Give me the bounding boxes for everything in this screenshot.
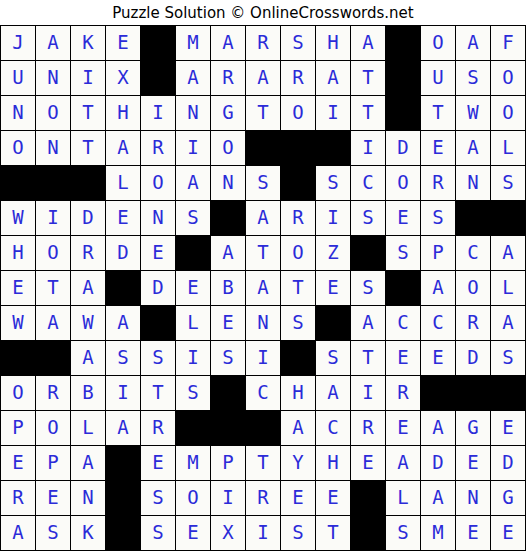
black-cell-r11c7: [211, 376, 245, 410]
black-cell-r10c1: [1, 341, 35, 375]
grid-cell-r6c12: E: [386, 201, 420, 235]
black-cell-r6c7: [211, 201, 245, 235]
grid-cell-r14c10: E: [316, 481, 350, 515]
grid-cell-r13c9: Y: [281, 446, 315, 480]
grid-cell-r1c1: J: [1, 26, 35, 60]
grid-cell-r12c15: E: [491, 411, 525, 445]
grid-cell-r15c2: S: [36, 516, 70, 550]
grid-cell-r3c3: T: [71, 96, 105, 130]
grid-cell-r6c2: I: [36, 201, 70, 235]
grid-cell-r4c1: O: [1, 131, 35, 165]
grid-cell-r12c13: A: [421, 411, 455, 445]
grid-cell-r1c13: O: [421, 26, 455, 60]
grid-cell-r15c15: E: [491, 516, 525, 550]
grid-cell-r8c7: B: [211, 271, 245, 305]
grid-cell-r9c7: E: [211, 306, 245, 340]
black-cell-r9c5: [141, 306, 175, 340]
grid-cell-r14c9: E: [281, 481, 315, 515]
grid-cell-r3c2: O: [36, 96, 70, 130]
grid-cell-r3c13: T: [421, 96, 455, 130]
grid-cell-r2c9: R: [281, 61, 315, 95]
grid-cell-r2c2: N: [36, 61, 70, 95]
grid-cell-r15c12: S: [386, 516, 420, 550]
black-cell-r10c2: [36, 341, 70, 375]
black-cell-r11c14: [456, 376, 490, 410]
grid-cell-r5c5: O: [141, 166, 175, 200]
grid-cell-r1c6: M: [176, 26, 210, 60]
grid-cell-r15c8: I: [246, 516, 280, 550]
grid-cell-r5c13: R: [421, 166, 455, 200]
grid-cell-r1c3: K: [71, 26, 105, 60]
grid-cell-r15c5: S: [141, 516, 175, 550]
black-cell-r5c3: [71, 166, 105, 200]
grid-cell-r14c3: N: [71, 481, 105, 515]
grid-cell-r12c2: O: [36, 411, 70, 445]
black-cell-r4c10: [316, 131, 350, 165]
black-cell-r4c8: [246, 131, 280, 165]
black-cell-r11c13: [421, 376, 455, 410]
black-cell-r15c11: [351, 516, 385, 550]
grid-cell-r12c10: C: [316, 411, 350, 445]
grid-cell-r8c8: A: [246, 271, 280, 305]
grid-cell-r4c6: I: [176, 131, 210, 165]
grid-cell-r1c2: A: [36, 26, 70, 60]
grid-cell-r3c7: G: [211, 96, 245, 130]
grid-cell-r13c1: E: [1, 446, 35, 480]
grid-cell-r9c4: A: [106, 306, 140, 340]
grid-cell-r1c9: S: [281, 26, 315, 60]
grid-cell-r11c1: O: [1, 376, 35, 410]
puzzle-solution-page: Puzzle Solution © OnlineCrosswords.net J…: [0, 0, 526, 551]
grid-cell-r3c5: I: [141, 96, 175, 130]
grid-cell-r6c10: I: [316, 201, 350, 235]
black-cell-r2c12: [386, 61, 420, 95]
grid-cell-r8c3: A: [71, 271, 105, 305]
black-cell-r2c5: [141, 61, 175, 95]
grid-cell-r13c8: T: [246, 446, 280, 480]
grid-cell-r13c6: M: [176, 446, 210, 480]
black-cell-r5c2: [36, 166, 70, 200]
grid-cell-r3c15: O: [491, 96, 525, 130]
grid-cell-r12c11: R: [351, 411, 385, 445]
black-cell-r10c9: [281, 341, 315, 375]
grid-cell-r6c9: R: [281, 201, 315, 235]
grid-cell-r12c1: P: [1, 411, 35, 445]
grid-cell-r13c2: P: [36, 446, 70, 480]
grid-cell-r15c9: S: [281, 516, 315, 550]
grid-cell-r10c15: S: [491, 341, 525, 375]
grid-cell-r12c12: E: [386, 411, 420, 445]
grid-cell-r7c9: O: [281, 236, 315, 270]
grid-cell-r7c10: Z: [316, 236, 350, 270]
grid-cell-r10c5: S: [141, 341, 175, 375]
grid-cell-r4c5: R: [141, 131, 175, 165]
grid-cell-r9c13: C: [421, 306, 455, 340]
grid-cell-r11c12: R: [386, 376, 420, 410]
grid-cell-r9c12: C: [386, 306, 420, 340]
grid-cell-r2c10: A: [316, 61, 350, 95]
grid-cell-r3c11: T: [351, 96, 385, 130]
grid-cell-r6c4: E: [106, 201, 140, 235]
grid-cell-r1c7: A: [211, 26, 245, 60]
grid-cell-r11c4: I: [106, 376, 140, 410]
grid-cell-r5c15: S: [491, 166, 525, 200]
grid-cell-r7c14: C: [456, 236, 490, 270]
grid-cell-r11c8: C: [246, 376, 280, 410]
grid-cell-r6c3: D: [71, 201, 105, 235]
grid-cell-r1c15: F: [491, 26, 525, 60]
grid-cell-r11c6: S: [176, 376, 210, 410]
grid-cell-r9c2: A: [36, 306, 70, 340]
grid-cell-r13c7: P: [211, 446, 245, 480]
grid-cell-r15c3: K: [71, 516, 105, 550]
grid-cell-r12c4: A: [106, 411, 140, 445]
grid-cell-r4c14: A: [456, 131, 490, 165]
black-cell-r13c4: [106, 446, 140, 480]
grid-cell-r13c14: E: [456, 446, 490, 480]
grid-cell-r13c15: D: [491, 446, 525, 480]
grid-cell-r6c5: N: [141, 201, 175, 235]
grid-cell-r3c6: N: [176, 96, 210, 130]
grid-cell-r1c10: H: [316, 26, 350, 60]
grid-cell-r4c4: A: [106, 131, 140, 165]
grid-cell-r4c2: N: [36, 131, 70, 165]
black-cell-r12c7: [211, 411, 245, 445]
grid-cell-r3c14: W: [456, 96, 490, 130]
grid-cell-r15c14: E: [456, 516, 490, 550]
grid-cell-r14c6: O: [176, 481, 210, 515]
black-cell-r6c15: [491, 201, 525, 235]
grid-cell-r2c7: R: [211, 61, 245, 95]
black-cell-r8c4: [106, 271, 140, 305]
grid-cell-r15c1: A: [1, 516, 35, 550]
grid-cell-r10c10: S: [316, 341, 350, 375]
grid-cell-r3c1: N: [1, 96, 35, 130]
grid-cell-r5c14: N: [456, 166, 490, 200]
grid-cell-r7c2: O: [36, 236, 70, 270]
grid-cell-r7c5: E: [141, 236, 175, 270]
grid-cell-r8c11: S: [351, 271, 385, 305]
grid-cell-r10c8: I: [246, 341, 280, 375]
grid-cell-r1c11: A: [351, 26, 385, 60]
black-cell-r7c11: [351, 236, 385, 270]
grid-cell-r11c5: T: [141, 376, 175, 410]
crossword-grid: JAKEMARSHAOAFUNIXARARATUSONOTHINGTOITTWO…: [0, 25, 526, 551]
grid-cell-r9c8: N: [246, 306, 280, 340]
black-cell-r11c15: [491, 376, 525, 410]
black-cell-r3c12: [386, 96, 420, 130]
grid-cell-r7c1: H: [1, 236, 35, 270]
grid-cell-r2c6: A: [176, 61, 210, 95]
grid-cell-r8c5: D: [141, 271, 175, 305]
black-cell-r1c5: [141, 26, 175, 60]
grid-cell-r6c6: S: [176, 201, 210, 235]
grid-cell-r5c12: O: [386, 166, 420, 200]
grid-cell-r11c11: I: [351, 376, 385, 410]
black-cell-r12c6: [176, 411, 210, 445]
black-cell-r8c12: [386, 271, 420, 305]
grid-cell-r13c5: E: [141, 446, 175, 480]
grid-cell-r7c7: A: [211, 236, 245, 270]
grid-cell-r12c3: L: [71, 411, 105, 445]
grid-cell-r11c10: A: [316, 376, 350, 410]
grid-cell-r3c4: H: [106, 96, 140, 130]
grid-cell-r13c11: E: [351, 446, 385, 480]
grid-cell-r11c2: R: [36, 376, 70, 410]
black-cell-r15c4: [106, 516, 140, 550]
grid-cell-r4c3: T: [71, 131, 105, 165]
grid-cell-r6c13: S: [421, 201, 455, 235]
grid-cell-r7c12: S: [386, 236, 420, 270]
grid-cell-r4c15: L: [491, 131, 525, 165]
grid-cell-r1c14: A: [456, 26, 490, 60]
grid-cell-r3c8: T: [246, 96, 280, 130]
grid-cell-r9c11: A: [351, 306, 385, 340]
grid-cell-r11c3: B: [71, 376, 105, 410]
grid-cell-r12c9: A: [281, 411, 315, 445]
grid-cell-r7c4: D: [106, 236, 140, 270]
grid-cell-r9c6: L: [176, 306, 210, 340]
grid-cell-r2c4: X: [106, 61, 140, 95]
grid-cell-r14c15: G: [491, 481, 525, 515]
black-cell-r7c6: [176, 236, 210, 270]
grid-cell-r2c14: S: [456, 61, 490, 95]
grid-cell-r10c11: T: [351, 341, 385, 375]
grid-cell-r14c7: I: [211, 481, 245, 515]
grid-cell-r3c9: O: [281, 96, 315, 130]
grid-cell-r7c15: A: [491, 236, 525, 270]
grid-cell-r14c13: A: [421, 481, 455, 515]
grid-cell-r8c6: E: [176, 271, 210, 305]
grid-cell-r15c10: T: [316, 516, 350, 550]
grid-cell-r9c1: W: [1, 306, 35, 340]
grid-cell-r4c12: D: [386, 131, 420, 165]
black-cell-r14c4: [106, 481, 140, 515]
grid-cell-r7c8: T: [246, 236, 280, 270]
grid-cell-r11c9: H: [281, 376, 315, 410]
grid-cell-r10c6: I: [176, 341, 210, 375]
black-cell-r4c9: [281, 131, 315, 165]
grid-cell-r2c3: I: [71, 61, 105, 95]
grid-cell-r3c10: I: [316, 96, 350, 130]
grid-cell-r5c7: N: [211, 166, 245, 200]
grid-cell-r14c2: E: [36, 481, 70, 515]
grid-cell-r8c13: A: [421, 271, 455, 305]
grid-cell-r2c1: U: [1, 61, 35, 95]
grid-cell-r10c12: E: [386, 341, 420, 375]
grid-cell-r7c13: P: [421, 236, 455, 270]
grid-cell-r12c14: G: [456, 411, 490, 445]
black-cell-r14c11: [351, 481, 385, 515]
page-title: Puzzle Solution © OnlineCrosswords.net: [0, 0, 526, 25]
grid-cell-r10c14: D: [456, 341, 490, 375]
grid-cell-r8c2: T: [36, 271, 70, 305]
black-cell-r1c12: [386, 26, 420, 60]
grid-cell-r13c10: H: [316, 446, 350, 480]
grid-cell-r15c7: X: [211, 516, 245, 550]
grid-cell-r15c6: E: [176, 516, 210, 550]
grid-cell-r13c12: A: [386, 446, 420, 480]
grid-cell-r10c3: A: [71, 341, 105, 375]
grid-cell-r1c4: E: [106, 26, 140, 60]
grid-cell-r8c15: L: [491, 271, 525, 305]
grid-cell-r8c10: E: [316, 271, 350, 305]
grid-cell-r6c11: S: [351, 201, 385, 235]
black-cell-r9c10: [316, 306, 350, 340]
grid-cell-r2c11: T: [351, 61, 385, 95]
grid-cell-r8c1: E: [1, 271, 35, 305]
grid-cell-r4c11: I: [351, 131, 385, 165]
black-cell-r6c14: [456, 201, 490, 235]
grid-cell-r14c12: L: [386, 481, 420, 515]
grid-cell-r6c8: A: [246, 201, 280, 235]
grid-cell-r4c13: E: [421, 131, 455, 165]
grid-cell-r8c14: O: [456, 271, 490, 305]
grid-cell-r2c13: U: [421, 61, 455, 95]
grid-cell-r7c3: R: [71, 236, 105, 270]
grid-cell-r1c8: R: [246, 26, 280, 60]
grid-cell-r5c6: A: [176, 166, 210, 200]
grid-cell-r5c10: S: [316, 166, 350, 200]
grid-cell-r12c5: R: [141, 411, 175, 445]
grid-cell-r9c14: R: [456, 306, 490, 340]
grid-cell-r14c5: S: [141, 481, 175, 515]
grid-cell-r10c4: S: [106, 341, 140, 375]
grid-cell-r10c7: S: [211, 341, 245, 375]
grid-cell-r14c1: R: [1, 481, 35, 515]
grid-cell-r14c8: R: [246, 481, 280, 515]
black-cell-r5c1: [1, 166, 35, 200]
grid-cell-r13c13: D: [421, 446, 455, 480]
black-cell-r12c8: [246, 411, 280, 445]
grid-cell-r14c14: N: [456, 481, 490, 515]
grid-cell-r15c13: M: [421, 516, 455, 550]
grid-cell-r4c7: O: [211, 131, 245, 165]
grid-cell-r5c4: L: [106, 166, 140, 200]
black-cell-r5c9: [281, 166, 315, 200]
grid-cell-r10c13: E: [421, 341, 455, 375]
grid-cell-r9c15: A: [491, 306, 525, 340]
grid-cell-r9c3: W: [71, 306, 105, 340]
grid-cell-r5c8: S: [246, 166, 280, 200]
grid-cell-r9c9: S: [281, 306, 315, 340]
grid-cell-r2c15: O: [491, 61, 525, 95]
grid-cell-r13c3: A: [71, 446, 105, 480]
grid-cell-r6c1: W: [1, 201, 35, 235]
grid-cell-r2c8: A: [246, 61, 280, 95]
grid-cell-r8c9: T: [281, 271, 315, 305]
grid-cell-r5c11: C: [351, 166, 385, 200]
